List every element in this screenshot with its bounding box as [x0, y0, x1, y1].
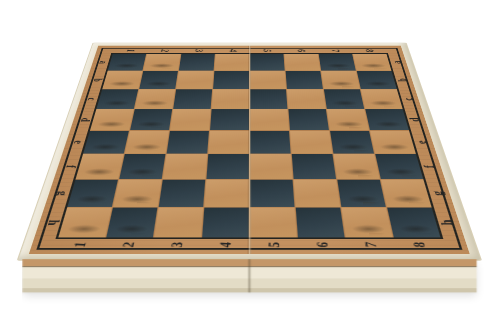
square-b5[interactable]: [250, 71, 286, 89]
square-d4[interactable]: [210, 109, 249, 130]
square-a8[interactable]: [353, 54, 391, 71]
square-a7[interactable]: [319, 54, 356, 71]
square-b4[interactable]: [213, 71, 249, 89]
chess-board: 1122334455667788aabbccddeeffgghh ♜♞♝♛♚♝♞…: [17, 43, 482, 261]
square-a3[interactable]: [179, 54, 215, 71]
square-d3[interactable]: [170, 109, 211, 130]
square-c3[interactable]: [173, 89, 212, 108]
box-front-face: [22, 259, 476, 292]
square-b7[interactable]: [321, 71, 360, 89]
square-c4[interactable]: [212, 89, 249, 108]
square-a2[interactable]: [143, 54, 180, 71]
square-a6[interactable]: [284, 54, 320, 71]
box-front-seam: [248, 259, 252, 292]
square-c5[interactable]: [250, 89, 287, 108]
square-a1[interactable]: [108, 54, 146, 71]
square-c6[interactable]: [287, 89, 326, 108]
square-d5[interactable]: [250, 109, 289, 130]
square-c7[interactable]: [324, 89, 364, 108]
square-d6[interactable]: [288, 109, 329, 130]
square-a4[interactable]: [214, 54, 249, 71]
square-c2[interactable]: [135, 89, 175, 108]
square-a5[interactable]: [250, 54, 285, 71]
square-b6[interactable]: [286, 71, 323, 89]
product-photo: 1122334455667788aabbccddeeffgghh ♜♞♝♛♚♝♞…: [0, 0, 500, 312]
square-b3[interactable]: [176, 71, 213, 89]
square-b2[interactable]: [139, 71, 178, 89]
